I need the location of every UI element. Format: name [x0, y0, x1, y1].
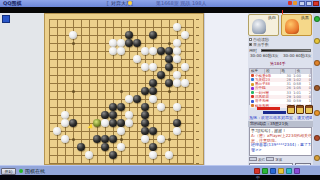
white-stone[interactable]	[173, 55, 181, 63]
black-player-card[interactable]: 执黑	[281, 14, 312, 36]
black-stone[interactable]	[149, 31, 157, 39]
white-stone[interactable]	[173, 79, 181, 87]
star-point	[72, 90, 75, 93]
white-stone[interactable]	[157, 103, 165, 111]
black-stone[interactable]	[109, 111, 117, 119]
side-icon-strip	[313, 13, 320, 165]
white-stone[interactable]	[141, 135, 149, 143]
white-stone[interactable]	[125, 111, 133, 119]
window-app-icon[interactable]	[2, 15, 10, 23]
white-stone[interactable]	[125, 119, 133, 127]
black-stone[interactable]	[149, 127, 157, 135]
black-stone[interactable]	[101, 111, 109, 119]
star-point	[168, 90, 171, 93]
white-stone[interactable]	[181, 31, 189, 39]
white-stone[interactable]	[133, 55, 141, 63]
white-stone[interactable]	[141, 63, 149, 71]
white-stone[interactable]	[101, 119, 109, 127]
star-icon	[128, 1, 132, 5]
white-stone[interactable]	[69, 31, 77, 39]
white-stone[interactable]	[181, 63, 189, 71]
online-status-icon	[19, 169, 23, 173]
black-stone[interactable]	[133, 39, 141, 47]
black-stone[interactable]	[93, 135, 101, 143]
white-stone[interactable]	[117, 127, 125, 135]
start-button[interactable]: 开始	[1, 168, 16, 175]
status-bar: 开始 围棋在线	[0, 165, 320, 175]
star-point	[72, 42, 75, 45]
last-move-arrow-icon	[88, 123, 95, 130]
white-time: 30:00 60秒3次	[250, 54, 278, 59]
white-stone[interactable]	[117, 39, 125, 47]
system-notice: 系统：欢迎光临本对局室，请文明观战	[249, 116, 312, 121]
player-avatar-icon	[251, 74, 254, 77]
chat-toolbar[interactable]: 表情 字体	[249, 157, 312, 162]
shop-icon[interactable]	[314, 60, 320, 66]
black-stone[interactable]	[141, 111, 149, 119]
white-stone[interactable]	[125, 95, 133, 103]
star-point	[72, 138, 75, 141]
go-board[interactable]	[44, 13, 204, 165]
black-stone[interactable]	[149, 79, 157, 87]
checkbox-icon[interactable]	[249, 38, 252, 41]
home-icon[interactable]	[314, 85, 320, 91]
black-stone[interactable]	[101, 135, 109, 143]
white-stone[interactable]	[149, 63, 157, 71]
star-point	[120, 90, 123, 93]
black-stone[interactable]	[69, 119, 77, 127]
white-stone[interactable]	[109, 39, 117, 47]
emoji-label: 表情	[258, 158, 265, 162]
player-avatar-icon	[251, 95, 254, 98]
black-stone[interactable]	[149, 87, 157, 95]
black-stone[interactable]	[125, 39, 133, 47]
blue-progress-bar	[263, 111, 286, 114]
black-stone[interactable]	[109, 119, 117, 127]
black-stone[interactable]	[157, 47, 165, 55]
gift-icon[interactable]	[314, 110, 320, 116]
white-stone[interactable]	[61, 119, 69, 127]
star-point	[168, 138, 171, 141]
left-sidebar	[0, 13, 44, 165]
star-point	[120, 138, 123, 141]
black-stone[interactable]	[133, 95, 141, 103]
black-stone[interactable]	[141, 119, 149, 127]
time-info: 30:00 60秒3次 30:00 60秒3次 第184手	[248, 54, 313, 67]
app-title: QQ围棋	[3, 1, 22, 6]
font-label: 字体	[275, 158, 282, 162]
desktop: QQ围棋 〖对弈大厅〗 第1668室 观战 198人 执白 执黑 自动读秒	[0, 0, 320, 180]
play-icon[interactable]	[314, 16, 320, 22]
white-stone[interactable]	[109, 47, 117, 55]
font-button[interactable]	[266, 157, 274, 161]
player-avatar-icon	[251, 91, 254, 94]
board-grid[interactable]	[49, 19, 194, 164]
checkbox-checked-icon[interactable]	[249, 43, 252, 46]
black-stone[interactable]	[165, 79, 173, 87]
spectator-list-body: 小棋圣9单301:000飞天猫23281:020黑白子88310:581云中鹤2…	[250, 74, 311, 108]
spectator-list[interactable]: 棋手段胜负 小棋圣9单301:000飞天猫23281:020黑白子88310:5…	[249, 68, 312, 105]
white-stone[interactable]	[165, 151, 173, 159]
player-avatar-icon	[251, 83, 254, 86]
black-stone[interactable]	[165, 55, 173, 63]
last-move-stone[interactable]	[93, 119, 101, 127]
game-info-panel: 执白 执黑 自动读秒 显示手数 用时 30:00 60秒3次 30:00 60秒…	[248, 13, 313, 165]
black-stone[interactable]	[149, 143, 157, 151]
black-stone[interactable]	[141, 87, 149, 95]
star-icon[interactable]	[314, 38, 320, 44]
white-stone[interactable]	[53, 127, 61, 135]
black-stone[interactable]	[109, 151, 117, 159]
white-stone[interactable]	[61, 111, 69, 119]
black-stone[interactable]	[77, 143, 85, 151]
white-stone[interactable]	[149, 95, 157, 103]
white-stone[interactable]	[173, 71, 181, 79]
msg-icon[interactable]	[270, 168, 276, 174]
coin-badge-icon	[293, 1, 297, 5]
maximize-button[interactable]	[306, 1, 312, 6]
titlebar[interactable]: QQ围棋 〖对弈大厅〗 第1668室 观战 198人	[0, 0, 320, 7]
building-icon[interactable]	[287, 105, 295, 114]
volume-icon[interactable]	[254, 168, 260, 174]
building-icon[interactable]	[296, 105, 304, 114]
ime-indicator: 中	[256, 175, 260, 180]
white-stone[interactable]	[173, 23, 181, 31]
black-player-label: 执黑	[301, 16, 309, 20]
bottom-edge: 中	[0, 175, 320, 180]
option-row-black[interactable]: 显示手数	[249, 42, 312, 47]
building-icon[interactable]	[305, 105, 313, 114]
black-stone[interactable]	[165, 47, 173, 55]
sec-icon[interactable]	[286, 168, 292, 174]
net-icon[interactable]	[262, 168, 268, 174]
white-stone[interactable]	[173, 47, 181, 55]
white-stone[interactable]	[149, 47, 157, 55]
online-status-text: 围棋在线	[25, 168, 45, 174]
player-avatar-icon	[251, 78, 254, 81]
chat-message: 發>>	[251, 148, 310, 153]
player-avatar-icon	[251, 87, 254, 90]
white-stone[interactable]	[85, 151, 93, 159]
misc-icon[interactable]	[294, 168, 300, 174]
white-stone[interactable]	[173, 103, 181, 111]
av-icon[interactable]	[278, 168, 284, 174]
black-stone[interactable]	[173, 119, 181, 127]
red-progress-bar	[257, 107, 280, 110]
star-point	[168, 42, 171, 45]
room-label: 第1668室 观战 198人	[156, 1, 206, 6]
red-badge-icon	[288, 1, 292, 5]
time-progress-bar	[261, 49, 311, 52]
white-stone[interactable]	[117, 143, 125, 151]
black-player-avatar	[285, 19, 299, 34]
option-label: 显示手数	[253, 42, 269, 47]
emoji-button[interactable]	[249, 157, 257, 161]
white-player-avatar	[252, 19, 266, 34]
white-stone[interactable]	[181, 79, 189, 87]
player-avatar-icon	[251, 104, 254, 107]
black-time: 30:00 60秒3次	[283, 54, 311, 59]
white-stone[interactable]	[157, 135, 165, 143]
black-stone[interactable]	[157, 71, 165, 79]
white-stone[interactable]	[141, 47, 149, 55]
minimize-button[interactable]	[299, 1, 305, 6]
help-icon[interactable]	[314, 155, 320, 161]
white-stone[interactable]	[149, 151, 157, 159]
close-button[interactable]	[313, 1, 319, 6]
move-number: 第184手	[270, 62, 286, 67]
white-player-label: 执白	[268, 16, 276, 20]
black-stone[interactable]	[141, 127, 149, 135]
black-stone[interactable]	[141, 103, 149, 111]
black-stone[interactable]	[117, 103, 125, 111]
tool-icon[interactable]	[314, 135, 320, 141]
black-stone[interactable]	[165, 63, 173, 71]
black-stone[interactable]	[101, 143, 109, 151]
white-stone[interactable]	[173, 39, 181, 47]
panel-spacer	[204, 13, 248, 165]
black-stone[interactable]	[125, 31, 133, 39]
white-stone[interactable]	[61, 135, 69, 143]
white-stone[interactable]	[117, 47, 125, 55]
black-stone[interactable]	[117, 119, 125, 127]
player-avatar-icon	[251, 100, 254, 103]
black-stone[interactable]	[109, 103, 117, 111]
board-coordinates-right	[196, 19, 199, 165]
white-stone[interactable]	[173, 127, 181, 135]
black-stone[interactable]	[109, 135, 117, 143]
chat-log[interactable]: 学习[哈哈]，谢谢！A:（密）xPlayer上2234的相关信息，注意防范。经理…	[249, 127, 312, 156]
white-player-card[interactable]: 执白	[248, 14, 279, 36]
